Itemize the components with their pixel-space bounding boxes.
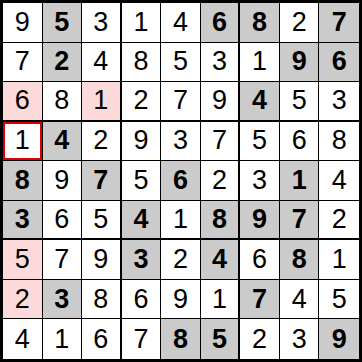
cell-r2c2[interactable]: 2	[43, 43, 83, 83]
cell-r6c3[interactable]: 5	[82, 201, 122, 241]
cell-r8c5[interactable]: 9	[161, 280, 201, 320]
cell-r1c7[interactable]: 8	[240, 3, 280, 43]
cell-r4c9[interactable]: 8	[319, 122, 359, 162]
cell-r4c2[interactable]: 4	[43, 122, 83, 162]
cell-r6c4[interactable]: 4	[122, 201, 162, 241]
cell-r3c4[interactable]: 2	[122, 82, 162, 122]
cell-r3c1[interactable]: 6	[3, 82, 43, 122]
cell-r8c6[interactable]: 1	[201, 280, 241, 320]
cell-r4c4[interactable]: 9	[122, 122, 162, 162]
sudoku-board: 9531468277248531966812794531429375688975…	[0, 0, 362, 362]
cell-r2c4[interactable]: 8	[122, 43, 162, 83]
cell-r8c1[interactable]: 2	[3, 280, 43, 320]
cell-r9c3[interactable]: 6	[82, 319, 122, 359]
cell-r7c3[interactable]: 9	[82, 240, 122, 280]
cell-r9c2[interactable]: 1	[43, 319, 83, 359]
cell-r4c6[interactable]: 7	[201, 122, 241, 162]
cell-r7c5[interactable]: 2	[161, 240, 201, 280]
cell-r2c7[interactable]: 1	[240, 43, 280, 83]
cell-r7c1[interactable]: 5	[3, 240, 43, 280]
cell-r1c8[interactable]: 2	[280, 3, 320, 43]
cell-r6c8[interactable]: 7	[280, 201, 320, 241]
cell-r6c1[interactable]: 3	[3, 201, 43, 241]
cell-r2c8[interactable]: 9	[280, 43, 320, 83]
cell-r7c7[interactable]: 6	[240, 240, 280, 280]
cell-r5c3[interactable]: 7	[82, 161, 122, 201]
cell-r3c3[interactable]: 1	[82, 82, 122, 122]
cell-r7c9[interactable]: 1	[319, 240, 359, 280]
cell-r9c6[interactable]: 5	[201, 319, 241, 359]
cell-r1c6[interactable]: 6	[201, 3, 241, 43]
cell-r8c4[interactable]: 6	[122, 280, 162, 320]
cell-r2c1[interactable]: 7	[3, 43, 43, 83]
cell-r5c6[interactable]: 2	[201, 161, 241, 201]
cell-r2c6[interactable]: 3	[201, 43, 241, 83]
cell-r3c7[interactable]: 4	[240, 82, 280, 122]
cell-r5c7[interactable]: 3	[240, 161, 280, 201]
cell-r3c6[interactable]: 9	[201, 82, 241, 122]
cell-r1c4[interactable]: 1	[122, 3, 162, 43]
cell-r5c1[interactable]: 8	[3, 161, 43, 201]
cell-r5c9[interactable]: 4	[319, 161, 359, 201]
cell-r2c9[interactable]: 6	[319, 43, 359, 83]
cell-r1c5[interactable]: 4	[161, 3, 201, 43]
cell-r4c8[interactable]: 6	[280, 122, 320, 162]
cell-r8c7[interactable]: 7	[240, 280, 280, 320]
cell-r4c1[interactable]: 1	[3, 122, 43, 162]
cell-r7c4[interactable]: 3	[122, 240, 162, 280]
cell-r9c5[interactable]: 8	[161, 319, 201, 359]
cell-r9c7[interactable]: 2	[240, 319, 280, 359]
cell-r8c9[interactable]: 5	[319, 280, 359, 320]
cell-r3c8[interactable]: 5	[280, 82, 320, 122]
cell-r6c7[interactable]: 9	[240, 201, 280, 241]
cell-r4c5[interactable]: 3	[161, 122, 201, 162]
cell-r2c3[interactable]: 4	[82, 43, 122, 83]
cell-r5c2[interactable]: 9	[43, 161, 83, 201]
cell-r5c5[interactable]: 6	[161, 161, 201, 201]
cell-r9c8[interactable]: 3	[280, 319, 320, 359]
cell-r3c2[interactable]: 8	[43, 82, 83, 122]
cell-r6c9[interactable]: 2	[319, 201, 359, 241]
cell-r5c8[interactable]: 1	[280, 161, 320, 201]
cell-r6c5[interactable]: 1	[161, 201, 201, 241]
cell-r8c2[interactable]: 3	[43, 280, 83, 320]
cell-r4c3[interactable]: 2	[82, 122, 122, 162]
cell-r4c7[interactable]: 5	[240, 122, 280, 162]
cell-r1c1[interactable]: 9	[3, 3, 43, 43]
cell-r8c3[interactable]: 8	[82, 280, 122, 320]
cell-r5c4[interactable]: 5	[122, 161, 162, 201]
cell-r6c2[interactable]: 6	[43, 201, 83, 241]
cell-r1c2[interactable]: 5	[43, 3, 83, 43]
cell-r3c9[interactable]: 3	[319, 82, 359, 122]
cell-r1c3[interactable]: 3	[82, 3, 122, 43]
cell-r9c1[interactable]: 4	[3, 319, 43, 359]
cell-r3c5[interactable]: 7	[161, 82, 201, 122]
cell-r9c4[interactable]: 7	[122, 319, 162, 359]
cell-r7c2[interactable]: 7	[43, 240, 83, 280]
cell-r8c8[interactable]: 4	[280, 280, 320, 320]
cell-r7c8[interactable]: 8	[280, 240, 320, 280]
cell-r2c5[interactable]: 5	[161, 43, 201, 83]
cell-r6c6[interactable]: 8	[201, 201, 241, 241]
cell-r7c6[interactable]: 4	[201, 240, 241, 280]
cell-r9c9[interactable]: 9	[319, 319, 359, 359]
cell-r1c9[interactable]: 7	[319, 3, 359, 43]
